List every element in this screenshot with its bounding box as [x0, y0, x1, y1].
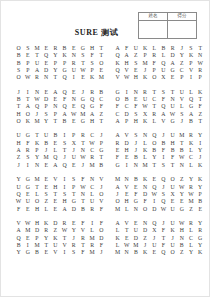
letter-cell: B	[177, 242, 186, 249]
letter-cell: P	[23, 60, 32, 67]
letter-cell: L	[113, 227, 122, 234]
letter-cell: O	[23, 111, 32, 118]
letter-cell: E	[131, 220, 140, 227]
letter-cell: Q	[60, 89, 69, 96]
letter-cell: J	[97, 249, 106, 256]
letter-cell: E	[42, 89, 51, 96]
letter-cell: E	[42, 176, 51, 183]
letter-cell: H	[131, 74, 140, 81]
letter-cell: O	[32, 198, 41, 205]
letter-cell: C	[97, 96, 106, 103]
letter-cell: U	[168, 184, 177, 191]
letter-cell: S	[69, 249, 78, 256]
letter-cell: J	[32, 111, 41, 118]
grid-row: MNBKEQOZYK	[113, 176, 205, 183]
letter-cell: I	[159, 154, 168, 161]
letter-cell: B	[131, 249, 140, 256]
letter-cell: A	[186, 111, 195, 118]
letter-cell: A	[14, 147, 23, 154]
letter-cell: U	[168, 103, 177, 110]
letter-cell: P	[32, 235, 41, 242]
letter-cell: Q	[113, 52, 122, 59]
grid-row: OSMERBEGHT	[14, 45, 106, 52]
letter-cell: Q	[150, 184, 159, 191]
letter-cell: M	[23, 227, 32, 234]
letter-cell: I	[23, 162, 32, 169]
letter-cell: X	[168, 191, 177, 198]
letter-cell: L	[122, 206, 131, 213]
letter-cell: P	[51, 60, 60, 67]
letter-cell: J	[97, 184, 106, 191]
letter-cell: E	[42, 60, 51, 67]
letter-cell: K	[88, 74, 97, 81]
letter-cell: Z	[140, 235, 149, 242]
letter-cell: F	[159, 242, 168, 249]
letter-cell: W	[159, 206, 168, 213]
letter-cell: F	[97, 242, 106, 249]
letter-cell: N	[122, 176, 131, 183]
letter-cell: U	[14, 132, 23, 139]
letter-cell: B	[14, 60, 23, 67]
letter-cell: T	[32, 184, 41, 191]
grid-row: UGTEHIPWCJ	[14, 184, 106, 191]
letter-cell: U	[168, 132, 177, 139]
letter-cell: R	[140, 89, 149, 96]
letter-cell: L	[186, 147, 195, 154]
letter-cell: T	[60, 235, 69, 242]
grid-row: HFKBESXTWP	[14, 140, 106, 147]
grid-row: YGMEVISFNV	[14, 176, 106, 183]
letter-cell: J	[177, 118, 186, 125]
letter-cell: V	[177, 96, 186, 103]
letter-cell: V	[122, 220, 131, 227]
letter-cell: M	[140, 162, 149, 169]
grid-row: QELSTSTNLO	[14, 191, 106, 198]
letter-cell: O	[150, 74, 159, 81]
letter-cell: Q	[60, 74, 69, 81]
letter-cell: N	[32, 89, 41, 96]
letter-cell: L	[150, 118, 159, 125]
letter-cell: W	[88, 140, 97, 147]
letter-cell: Y	[150, 154, 159, 161]
letter-cell: F	[88, 52, 97, 59]
letter-cell: F	[113, 103, 122, 110]
letter-cell: I	[88, 220, 97, 227]
letter-cell: V	[51, 249, 60, 256]
letter-cell: K	[113, 60, 122, 67]
letter-cell: M	[42, 154, 51, 161]
letter-cell: E	[51, 140, 60, 147]
letter-cell: E	[113, 147, 122, 154]
letter-cell: Y	[14, 249, 23, 256]
letter-cell: L	[51, 147, 60, 154]
letter-cell: E	[168, 74, 177, 81]
letter-cell: V	[14, 220, 23, 227]
letter-cell: M	[131, 242, 140, 249]
letter-cell: R	[150, 52, 159, 59]
letter-cell: Y	[196, 132, 205, 139]
grid-row: WUOZEHGTUV	[14, 198, 106, 205]
letter-cell: Q	[150, 220, 159, 227]
letter-cell: A	[88, 111, 97, 118]
letter-cell: N	[168, 96, 177, 103]
letter-cell: L	[42, 206, 51, 213]
letter-cell: S	[131, 132, 140, 139]
letter-cell: B	[14, 242, 23, 249]
grid-row: LTUDXFKHLR	[113, 227, 205, 234]
letter-cell: F	[131, 191, 140, 198]
letter-cell: G	[23, 249, 32, 256]
letter-cell: A	[159, 111, 168, 118]
letter-cell: R	[23, 147, 32, 154]
letter-cell: P	[60, 60, 69, 67]
letter-cell: L	[186, 227, 195, 234]
letter-cell: N	[88, 176, 97, 183]
letter-cell: T	[168, 89, 177, 96]
letter-cell: Y	[196, 184, 205, 191]
letter-cell: T	[23, 96, 32, 103]
letter-cell: C	[186, 154, 195, 161]
grid-row: OBEUCFNVQT	[113, 96, 205, 103]
letter-cell: Q	[78, 103, 87, 110]
letter-cell: J	[113, 191, 122, 198]
letter-cell: M	[32, 45, 41, 52]
letter-cell: F	[97, 206, 106, 213]
grid-row: GINRTSTULK	[113, 89, 205, 96]
letter-cell: Y	[186, 249, 195, 256]
grid-row: AMDRZWYVLO	[14, 227, 106, 234]
letter-cell: R	[196, 227, 205, 234]
letter-cell: Z	[42, 198, 51, 205]
letter-cell: U	[159, 67, 168, 74]
letter-cell: V	[78, 227, 87, 234]
letter-cell: E	[196, 206, 205, 213]
letter-cell: G	[177, 206, 186, 213]
letter-cell: E	[177, 198, 186, 205]
letter-cell: M	[177, 132, 186, 139]
letter-cell: F	[97, 220, 106, 227]
letter-cell: D	[131, 235, 140, 242]
letter-cell: F	[159, 227, 168, 234]
letter-cell: L	[113, 242, 122, 249]
letter-cell: P	[150, 67, 159, 74]
letter-cell: R	[32, 74, 41, 81]
letter-cell: T	[78, 198, 87, 205]
letter-cell: S	[131, 60, 140, 67]
letter-cell: H	[32, 206, 41, 213]
letter-cell: U	[168, 220, 177, 227]
letter-cell: B	[14, 52, 23, 59]
name-header-label: 姓名	[139, 13, 168, 21]
grid-row: JINEAQEJRB	[14, 89, 106, 96]
word-search-grid-right: AFUKLBRJSTQAZPRLDYKNKHSMFQAZPWQVEJPUGCVR…	[113, 45, 205, 257]
letter-cell: G	[88, 103, 97, 110]
letter-cell: T	[60, 147, 69, 154]
letter-cell: K	[42, 220, 51, 227]
letter-cell: Q	[14, 191, 23, 198]
letter-cell: U	[69, 67, 78, 74]
letter-cell: G	[78, 45, 87, 52]
letter-cell: H	[88, 118, 97, 125]
letter-cell: R	[51, 45, 60, 52]
letter-cell: B	[42, 140, 51, 147]
letter-cell: G	[23, 184, 32, 191]
letter-cell: Q	[32, 103, 41, 110]
letter-cell: N	[32, 162, 41, 169]
letter-cell: W	[150, 191, 159, 198]
letter-cell: P	[69, 184, 78, 191]
letter-cell: G	[60, 67, 69, 74]
letter-cell: E	[69, 118, 78, 125]
grid-row: ARPJLTJNCG	[14, 147, 106, 154]
letter-cell: Q	[60, 162, 69, 169]
letter-cell: N	[131, 89, 140, 96]
letter-cell: R	[186, 184, 195, 191]
letter-cell: J	[97, 132, 106, 139]
letter-cell: P	[51, 111, 60, 118]
letter-cell: E	[69, 220, 78, 227]
letter-cell: Y	[196, 220, 205, 227]
letter-cell: O	[97, 227, 106, 234]
letter-cell: E	[23, 52, 32, 59]
letter-cell: J	[78, 89, 87, 96]
letter-cell: B	[78, 206, 87, 213]
letter-cell: F	[159, 147, 168, 154]
letter-cell: J	[14, 89, 23, 96]
letter-cell: T	[51, 191, 60, 198]
letter-cell: P	[23, 67, 32, 74]
letter-cell: D	[97, 235, 106, 242]
letter-cell: V	[122, 132, 131, 139]
letter-cell: E	[122, 235, 131, 242]
letter-cell: R	[69, 60, 78, 67]
letter-cell: S	[23, 45, 32, 52]
letter-cell: V	[186, 67, 195, 74]
grid-row: FEHLEADBRF	[14, 206, 106, 213]
letter-cell: U	[88, 198, 97, 205]
letter-cell: M	[88, 235, 97, 242]
letter-cell: Q	[186, 96, 195, 103]
letter-cell: R	[150, 111, 159, 118]
letter-cell: T	[78, 140, 87, 147]
grid-row: HOJSPAWMAZ	[14, 111, 106, 118]
grid-row: OHGFIQEEMB	[113, 198, 205, 205]
letter-cell: S	[78, 52, 87, 59]
letter-cell: B	[51, 132, 60, 139]
letter-cell: K	[32, 140, 41, 147]
letter-cell: R	[186, 220, 195, 227]
grid-row: EHJKBFBBLY	[113, 147, 205, 154]
letter-cell: T	[150, 103, 159, 110]
letter-cell: F	[78, 176, 87, 183]
letter-cell: K	[140, 249, 149, 256]
letter-cell: H	[60, 198, 69, 205]
letter-cell: G	[168, 118, 177, 125]
letter-cell: I	[23, 242, 32, 249]
letter-cell: W	[140, 103, 149, 110]
letter-cell: W	[78, 184, 87, 191]
letter-cell: T	[97, 52, 106, 59]
letter-cell: B	[14, 96, 23, 103]
letter-cell: C	[88, 184, 97, 191]
letter-cell: W	[186, 191, 195, 198]
grid-row: AVENQJUWRY	[113, 184, 205, 191]
grid-row: ZSYMQJUWRT	[14, 154, 106, 161]
letter-cell: E	[23, 206, 32, 213]
letter-cell: L	[177, 103, 186, 110]
letter-cell: J	[168, 235, 177, 242]
letter-cell: I	[150, 198, 159, 205]
letter-cell: E	[131, 96, 140, 103]
letter-cell: J	[177, 45, 186, 52]
grid-row: KHSMFQAZPW	[113, 60, 205, 67]
letter-cell: E	[69, 45, 78, 52]
letter-cell: M	[32, 242, 41, 249]
grid-row: OKMYTBEGHT	[14, 118, 106, 125]
grid-row: AVSNQJUMRY	[113, 132, 205, 139]
letter-cell: S	[186, 45, 195, 52]
letter-cell: I	[122, 89, 131, 96]
letter-cell: W	[78, 154, 87, 161]
letter-cell: K	[186, 140, 195, 147]
letter-cell: Y	[69, 227, 78, 234]
letter-cell: M	[113, 206, 122, 213]
letter-cell: R	[88, 154, 97, 161]
letter-cell: F	[196, 103, 205, 110]
letter-cell: S	[177, 111, 186, 118]
letter-cell: N	[42, 74, 51, 81]
letter-cell: T	[196, 45, 205, 52]
letter-cell: E	[42, 249, 51, 256]
letter-cell: F	[60, 96, 69, 103]
letter-cell: O	[113, 96, 122, 103]
letter-cell: E	[42, 184, 51, 191]
letter-cell: M	[88, 162, 97, 169]
letter-cell: T	[122, 227, 131, 234]
letter-cell: B	[159, 140, 168, 147]
letter-cell: J	[69, 147, 78, 154]
letter-cell: N	[69, 52, 78, 59]
grid-row: KEDZJTJNCG	[113, 235, 205, 242]
letter-cell: I	[186, 74, 195, 81]
letter-cell: Q	[159, 176, 168, 183]
letter-cell: N	[140, 184, 149, 191]
letter-cell: Z	[177, 249, 186, 256]
letter-cell: K	[196, 249, 205, 256]
letter-cell: J	[131, 140, 140, 147]
letter-cell: J	[159, 220, 168, 227]
letter-cell: T	[168, 162, 177, 169]
letter-cell: N	[69, 96, 78, 103]
letter-cell: X	[140, 111, 149, 118]
letter-cell: L	[32, 191, 41, 198]
letter-cell: C	[88, 132, 97, 139]
letter-cell: K	[140, 74, 149, 81]
letter-cell: J	[14, 162, 23, 169]
letter-cell: M	[113, 176, 122, 183]
letter-cell: T	[97, 154, 106, 161]
letter-cell: U	[131, 227, 140, 234]
page-title: SURE 测试	[1, 27, 192, 38]
letter-cell: E	[51, 206, 60, 213]
letter-cell: E	[150, 176, 159, 183]
letter-cell: N	[78, 147, 87, 154]
letter-cell: G	[69, 198, 78, 205]
letter-cell: T	[32, 52, 41, 59]
letter-cell: W	[23, 220, 32, 227]
letter-cell: T	[42, 242, 51, 249]
letter-cell: M	[78, 111, 87, 118]
letter-cell: G	[168, 67, 177, 74]
letter-cell: U	[51, 242, 60, 249]
letter-cell: T	[32, 132, 41, 139]
grid-row: QAZPRLDYKN	[113, 52, 205, 59]
letter-cell: G	[113, 89, 122, 96]
letter-cell: W	[168, 111, 177, 118]
grid-row: TAQPNQEQGF	[14, 103, 106, 110]
letter-cell: L	[186, 162, 195, 169]
letter-cell: E	[78, 74, 87, 81]
letter-cell: S	[88, 60, 97, 67]
letter-cell: H	[32, 220, 41, 227]
letter-cell: A	[14, 227, 23, 234]
grid-row: FEBLYIFWCJ	[113, 154, 205, 161]
letter-cell: K	[113, 235, 122, 242]
letter-cell: C	[113, 111, 122, 118]
letter-cell: O	[150, 140, 159, 147]
letter-cell: U	[23, 198, 32, 205]
letter-cell: F	[131, 103, 140, 110]
letter-cell: T	[14, 103, 23, 110]
letter-cell: Q	[159, 249, 168, 256]
grid-row: BETQYKNSFT	[14, 52, 106, 59]
letter-cell: D	[122, 111, 131, 118]
letter-cell: P	[97, 140, 106, 147]
grid-row: VWHKDREFIF	[14, 220, 106, 227]
letter-cell: S	[69, 176, 78, 183]
score-header-label: 得分	[168, 13, 197, 21]
letter-cell: T	[51, 118, 60, 125]
letter-cell: N	[51, 103, 60, 110]
grid-row: OWRNTQIEKM	[14, 74, 106, 81]
letter-cell: V	[159, 118, 168, 125]
letter-cell: Q	[159, 198, 168, 205]
letter-cell: N	[196, 52, 205, 59]
letter-cell: K	[196, 89, 205, 96]
letter-cell: S	[159, 162, 168, 169]
letter-cell: E	[69, 89, 78, 96]
letter-cell: Q	[14, 235, 23, 242]
letter-cell: A	[51, 162, 60, 169]
letter-cell: K	[186, 52, 195, 59]
letter-cell: B	[131, 176, 140, 183]
letter-cell: C	[186, 235, 195, 242]
letter-cell: L	[186, 89, 195, 96]
letter-cell: H	[131, 118, 140, 125]
grid-row: CDSXRAWSAZ	[113, 111, 205, 118]
letter-cell: R	[60, 220, 69, 227]
letter-cell: Y	[177, 52, 186, 59]
letter-cell: S	[14, 67, 23, 74]
grid-row: AFUKLBRJST	[113, 45, 205, 52]
grid-row: YGBEVISFMJ	[14, 249, 106, 256]
letter-cell: L	[140, 140, 149, 147]
letter-cell: S	[159, 191, 168, 198]
word-search-grid-left: OSMERBEGHTBETQYKNSFTBPUEPPRTSOSPADYGUWPE…	[14, 45, 106, 257]
letter-cell: D	[150, 206, 159, 213]
letter-cell: A	[168, 60, 177, 67]
letter-cell: A	[122, 52, 131, 59]
